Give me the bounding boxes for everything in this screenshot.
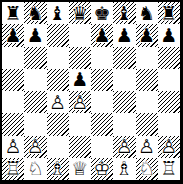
piece-white-knight: ♞♘ — [136, 158, 158, 180]
piece-fill-layer: ♟ — [24, 136, 46, 158]
piece-fill-layer: ♜ — [2, 2, 24, 24]
square-h8[interactable]: ♜♜ — [158, 2, 180, 24]
piece-fill-layer: ♝ — [47, 158, 69, 180]
piece-fill-layer: ♞ — [24, 158, 46, 180]
piece-outline-layer: ♝ — [113, 2, 135, 24]
piece-fill-layer: ♚ — [91, 2, 113, 24]
square-a2[interactable]: ♟♙ — [2, 136, 24, 158]
piece-outline-layer: ♟ — [24, 24, 46, 46]
square-b5[interactable] — [24, 69, 46, 91]
square-c4[interactable]: ♟♙ — [47, 91, 69, 113]
piece-outline-layer: ♛ — [69, 2, 91, 24]
square-d5[interactable]: ♟♟ — [69, 69, 91, 91]
square-f1[interactable]: ♝♗ — [113, 158, 135, 180]
piece-black-pawn: ♟♟ — [136, 24, 158, 46]
piece-white-rook: ♜♖ — [2, 158, 24, 180]
square-f5[interactable] — [113, 69, 135, 91]
piece-outline-layer: ♟ — [69, 69, 91, 91]
square-h4[interactable] — [158, 91, 180, 113]
piece-outline-layer: ♙ — [24, 136, 46, 158]
piece-outline-layer: ♙ — [158, 136, 180, 158]
piece-fill-layer: ♟ — [113, 24, 135, 46]
square-a4[interactable] — [2, 91, 24, 113]
square-h2[interactable]: ♟♙ — [158, 136, 180, 158]
square-b8[interactable]: ♞♞ — [24, 2, 46, 24]
piece-black-pawn: ♟♟ — [24, 24, 46, 46]
square-c8[interactable]: ♝♝ — [47, 2, 69, 24]
piece-black-pawn: ♟♟ — [91, 24, 113, 46]
piece-outline-layer: ♙ — [2, 136, 24, 158]
square-d8[interactable]: ♛♛ — [69, 2, 91, 24]
square-f4[interactable] — [113, 91, 135, 113]
square-f6[interactable] — [113, 47, 135, 69]
square-b3[interactable] — [24, 113, 46, 135]
piece-white-queen: ♛♕ — [69, 158, 91, 180]
piece-fill-layer: ♟ — [47, 91, 69, 113]
piece-outline-layer: ♖ — [158, 158, 180, 180]
piece-fill-layer: ♝ — [47, 2, 69, 24]
square-a6[interactable] — [2, 47, 24, 69]
piece-outline-layer: ♟ — [2, 24, 24, 46]
piece-fill-layer: ♟ — [69, 91, 91, 113]
square-d6[interactable] — [69, 47, 91, 69]
square-a5[interactable] — [2, 69, 24, 91]
square-e4[interactable] — [91, 91, 113, 113]
piece-white-pawn: ♟♙ — [136, 136, 158, 158]
square-h5[interactable] — [158, 69, 180, 91]
piece-outline-layer: ♕ — [69, 158, 91, 180]
piece-black-pawn: ♟♟ — [158, 24, 180, 46]
piece-black-pawn: ♟♟ — [69, 69, 91, 91]
piece-fill-layer: ♟ — [158, 24, 180, 46]
piece-black-queen: ♛♛ — [69, 2, 91, 24]
piece-fill-layer: ♟ — [2, 136, 24, 158]
square-h7[interactable]: ♟♟ — [158, 24, 180, 46]
piece-outline-layer: ♘ — [136, 158, 158, 180]
piece-outline-layer: ♟ — [136, 24, 158, 46]
piece-outline-layer: ♙ — [69, 91, 91, 113]
square-g3[interactable] — [136, 113, 158, 135]
square-b4[interactable] — [24, 91, 46, 113]
piece-outline-layer: ♟ — [91, 24, 113, 46]
piece-white-knight: ♞♘ — [24, 158, 46, 180]
piece-outline-layer: ♞ — [24, 2, 46, 24]
piece-fill-layer: ♜ — [158, 158, 180, 180]
piece-fill-layer: ♚ — [91, 158, 113, 180]
piece-white-pawn: ♟♙ — [158, 136, 180, 158]
piece-outline-layer: ♖ — [2, 158, 24, 180]
square-h6[interactable] — [158, 47, 180, 69]
chess-board: ♜♜♞♞♝♝♛♛♚♚♝♝♞♞♜♜♟♟♟♟♟♟♟♟♟♟♟♟♟♟♟♙♟♙♟♙♟♙♟♙… — [2, 2, 180, 180]
piece-outline-layer: ♚ — [91, 2, 113, 24]
piece-fill-layer: ♟ — [2, 24, 24, 46]
piece-white-king: ♚♔ — [91, 158, 113, 180]
square-h1[interactable]: ♜♖ — [158, 158, 180, 180]
board-frame: ♜♜♞♞♝♝♛♛♚♚♝♝♞♞♜♜♟♟♟♟♟♟♟♟♟♟♟♟♟♟♟♙♟♙♟♙♟♙♟♙… — [0, 0, 183, 184]
square-g2[interactable]: ♟♙ — [136, 136, 158, 158]
square-e6[interactable] — [91, 47, 113, 69]
piece-outline-layer: ♟ — [113, 24, 135, 46]
square-a7[interactable]: ♟♟ — [2, 24, 24, 46]
piece-white-pawn: ♟♙ — [47, 91, 69, 113]
piece-fill-layer: ♟ — [136, 136, 158, 158]
square-e5[interactable] — [91, 69, 113, 91]
piece-fill-layer: ♛ — [69, 158, 91, 180]
piece-fill-layer: ♟ — [158, 136, 180, 158]
square-e2[interactable] — [91, 136, 113, 158]
square-d2[interactable] — [69, 136, 91, 158]
square-d3[interactable] — [69, 113, 91, 135]
square-f7[interactable]: ♟♟ — [113, 24, 135, 46]
square-c5[interactable] — [47, 69, 69, 91]
square-c2[interactable] — [47, 136, 69, 158]
piece-outline-layer: ♗ — [47, 158, 69, 180]
piece-fill-layer: ♟ — [24, 24, 46, 46]
piece-outline-layer: ♔ — [91, 158, 113, 180]
piece-fill-layer: ♜ — [2, 158, 24, 180]
piece-black-pawn: ♟♟ — [2, 24, 24, 46]
piece-fill-layer: ♟ — [91, 24, 113, 46]
piece-white-bishop: ♝♗ — [47, 158, 69, 180]
piece-fill-layer: ♟ — [113, 136, 135, 158]
square-b6[interactable] — [24, 47, 46, 69]
square-a1[interactable]: ♜♖ — [2, 158, 24, 180]
square-f8[interactable]: ♝♝ — [113, 2, 135, 24]
square-c7[interactable] — [47, 24, 69, 46]
square-d4[interactable]: ♟♙ — [69, 91, 91, 113]
piece-outline-layer: ♜ — [158, 2, 180, 24]
piece-outline-layer: ♝ — [47, 2, 69, 24]
piece-outline-layer: ♗ — [113, 158, 135, 180]
square-f2[interactable]: ♟♙ — [113, 136, 135, 158]
piece-black-bishop: ♝♝ — [47, 2, 69, 24]
piece-fill-layer: ♛ — [69, 2, 91, 24]
square-b7[interactable]: ♟♟ — [24, 24, 46, 46]
square-d7[interactable] — [69, 24, 91, 46]
piece-outline-layer: ♞ — [136, 2, 158, 24]
piece-black-rook: ♜♜ — [158, 2, 180, 24]
piece-fill-layer: ♝ — [113, 2, 135, 24]
piece-black-pawn: ♟♟ — [113, 24, 135, 46]
piece-outline-layer: ♜ — [2, 2, 24, 24]
square-e3[interactable] — [91, 113, 113, 135]
square-f3[interactable] — [113, 113, 135, 135]
square-e1[interactable]: ♚♔ — [91, 158, 113, 180]
square-g1[interactable]: ♞♘ — [136, 158, 158, 180]
square-c1[interactable]: ♝♗ — [47, 158, 69, 180]
piece-white-pawn: ♟♙ — [2, 136, 24, 158]
piece-black-rook: ♜♜ — [2, 2, 24, 24]
square-e7[interactable]: ♟♟ — [91, 24, 113, 46]
piece-white-pawn: ♟♙ — [69, 91, 91, 113]
square-e8[interactable]: ♚♚ — [91, 2, 113, 24]
piece-fill-layer: ♜ — [158, 2, 180, 24]
piece-white-pawn: ♟♙ — [113, 136, 135, 158]
piece-outline-layer: ♙ — [136, 136, 158, 158]
piece-white-pawn: ♟♙ — [24, 136, 46, 158]
piece-outline-layer: ♘ — [24, 158, 46, 180]
square-b1[interactable]: ♞♘ — [24, 158, 46, 180]
square-b2[interactable]: ♟♙ — [24, 136, 46, 158]
square-a8[interactable]: ♜♜ — [2, 2, 24, 24]
square-c3[interactable] — [47, 113, 69, 135]
square-h3[interactable] — [158, 113, 180, 135]
piece-fill-layer: ♝ — [113, 158, 135, 180]
piece-fill-layer: ♞ — [136, 158, 158, 180]
square-g4[interactable] — [136, 91, 158, 113]
piece-black-bishop: ♝♝ — [113, 2, 135, 24]
piece-fill-layer: ♟ — [69, 69, 91, 91]
piece-fill-layer: ♟ — [136, 24, 158, 46]
piece-outline-layer: ♙ — [113, 136, 135, 158]
square-g8[interactable]: ♞♞ — [136, 2, 158, 24]
piece-black-knight: ♞♞ — [24, 2, 46, 24]
square-c6[interactable] — [47, 47, 69, 69]
piece-black-knight: ♞♞ — [136, 2, 158, 24]
square-g5[interactable] — [136, 69, 158, 91]
piece-white-rook: ♜♖ — [158, 158, 180, 180]
square-a3[interactable] — [2, 113, 24, 135]
square-d1[interactable]: ♛♕ — [69, 158, 91, 180]
piece-fill-layer: ♞ — [24, 2, 46, 24]
square-g7[interactable]: ♟♟ — [136, 24, 158, 46]
piece-outline-layer: ♙ — [47, 91, 69, 113]
piece-white-bishop: ♝♗ — [113, 158, 135, 180]
piece-fill-layer: ♞ — [136, 2, 158, 24]
square-g6[interactable] — [136, 47, 158, 69]
piece-black-king: ♚♚ — [91, 2, 113, 24]
piece-outline-layer: ♟ — [158, 24, 180, 46]
